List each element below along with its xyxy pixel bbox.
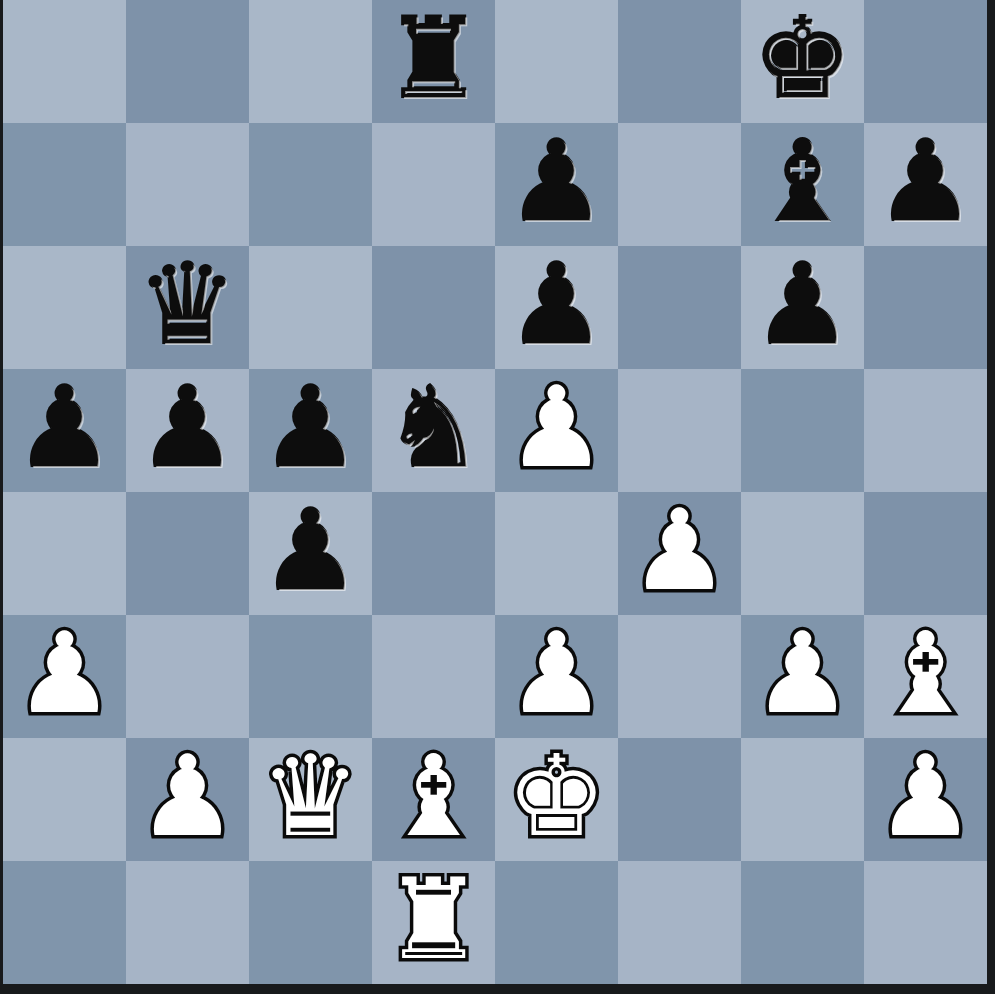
square-e8[interactable] <box>495 0 618 123</box>
square-h6[interactable] <box>864 246 987 369</box>
square-e4[interactable] <box>495 492 618 615</box>
square-c1[interactable] <box>249 861 372 984</box>
square-c7[interactable] <box>249 123 372 246</box>
square-d4[interactable] <box>372 492 495 615</box>
square-h7[interactable]: ♟ <box>864 123 987 246</box>
white-bishop-d2[interactable]: ♝ <box>383 740 483 852</box>
square-h4[interactable] <box>864 492 987 615</box>
square-d5[interactable]: ♞ <box>372 369 495 492</box>
square-e5[interactable]: ♟ <box>495 369 618 492</box>
square-h5[interactable] <box>864 369 987 492</box>
square-c2[interactable]: ♛ <box>249 738 372 861</box>
square-b8[interactable] <box>126 0 249 123</box>
white-pawn-h2[interactable]: ♟ <box>875 740 975 852</box>
black-pawn-e6[interactable]: ♟ <box>506 248 606 360</box>
black-pawn-b5[interactable]: ♟ <box>137 371 237 483</box>
square-c5[interactable]: ♟ <box>249 369 372 492</box>
square-d6[interactable] <box>372 246 495 369</box>
black-pawn-g6[interactable]: ♟ <box>752 248 852 360</box>
square-f3[interactable] <box>618 615 741 738</box>
square-c3[interactable] <box>249 615 372 738</box>
square-a2[interactable] <box>3 738 126 861</box>
square-c4[interactable]: ♟ <box>249 492 372 615</box>
square-f6[interactable] <box>618 246 741 369</box>
square-e2[interactable]: ♚ <box>495 738 618 861</box>
white-queen-c2[interactable]: ♛ <box>260 740 360 852</box>
square-d2[interactable]: ♝ <box>372 738 495 861</box>
square-a4[interactable] <box>3 492 126 615</box>
black-pawn-e7[interactable]: ♟ <box>506 125 606 237</box>
square-c8[interactable] <box>249 0 372 123</box>
square-g4[interactable] <box>741 492 864 615</box>
square-a1[interactable] <box>3 861 126 984</box>
black-pawn-c4[interactable]: ♟ <box>260 494 360 606</box>
square-h1[interactable] <box>864 861 987 984</box>
square-e1[interactable] <box>495 861 618 984</box>
square-b6[interactable]: ♛ <box>126 246 249 369</box>
square-d1[interactable]: ♜ <box>372 861 495 984</box>
black-pawn-h7[interactable]: ♟ <box>875 125 975 237</box>
square-h2[interactable]: ♟ <box>864 738 987 861</box>
square-f7[interactable] <box>618 123 741 246</box>
square-h3[interactable]: ♝ <box>864 615 987 738</box>
square-f1[interactable] <box>618 861 741 984</box>
square-e6[interactable]: ♟ <box>495 246 618 369</box>
square-c6[interactable] <box>249 246 372 369</box>
square-d7[interactable] <box>372 123 495 246</box>
black-knight-d5[interactable]: ♞ <box>383 371 483 483</box>
chess-board: ♜♚♟♝♟♛♟♟♟♟♟♞♟♟♟♟♟♟♝♟♛♝♚♟♜ <box>3 0 987 984</box>
square-b2[interactable]: ♟ <box>126 738 249 861</box>
square-a8[interactable] <box>3 0 126 123</box>
square-a7[interactable] <box>3 123 126 246</box>
square-f5[interactable] <box>618 369 741 492</box>
white-pawn-b2[interactable]: ♟ <box>137 740 237 852</box>
black-queen-b6[interactable]: ♛ <box>137 248 237 360</box>
square-g2[interactable] <box>741 738 864 861</box>
white-bishop-h3[interactable]: ♝ <box>875 617 975 729</box>
white-pawn-g3[interactable]: ♟ <box>752 617 852 729</box>
white-pawn-f4[interactable]: ♟ <box>629 494 729 606</box>
square-f2[interactable] <box>618 738 741 861</box>
square-b7[interactable] <box>126 123 249 246</box>
square-a5[interactable]: ♟ <box>3 369 126 492</box>
square-d8[interactable]: ♜ <box>372 0 495 123</box>
square-b4[interactable] <box>126 492 249 615</box>
white-rook-d1[interactable]: ♜ <box>383 863 483 975</box>
black-pawn-a5[interactable]: ♟ <box>14 371 114 483</box>
square-a3[interactable]: ♟ <box>3 615 126 738</box>
black-bishop-g7[interactable]: ♝ <box>752 125 852 237</box>
square-g6[interactable]: ♟ <box>741 246 864 369</box>
square-e3[interactable]: ♟ <box>495 615 618 738</box>
chess-app-background: ♜♚♟♝♟♛♟♟♟♟♟♞♟♟♟♟♟♟♝♟♛♝♚♟♜ <box>0 0 995 994</box>
square-g1[interactable] <box>741 861 864 984</box>
square-b1[interactable] <box>126 861 249 984</box>
white-king-e2[interactable]: ♚ <box>506 740 606 852</box>
square-d3[interactable] <box>372 615 495 738</box>
white-pawn-e3[interactable]: ♟ <box>506 617 606 729</box>
square-g5[interactable] <box>741 369 864 492</box>
square-b5[interactable]: ♟ <box>126 369 249 492</box>
white-pawn-a3[interactable]: ♟ <box>14 617 114 729</box>
square-f4[interactable]: ♟ <box>618 492 741 615</box>
square-g3[interactable]: ♟ <box>741 615 864 738</box>
black-pawn-c5[interactable]: ♟ <box>260 371 360 483</box>
square-b3[interactable] <box>126 615 249 738</box>
square-h8[interactable] <box>864 0 987 123</box>
square-g7[interactable]: ♝ <box>741 123 864 246</box>
square-a6[interactable] <box>3 246 126 369</box>
white-pawn-e5[interactable]: ♟ <box>506 371 606 483</box>
square-g8[interactable]: ♚ <box>741 0 864 123</box>
square-f8[interactable] <box>618 0 741 123</box>
black-rook-d8[interactable]: ♜ <box>383 2 483 114</box>
square-e7[interactable]: ♟ <box>495 123 618 246</box>
black-king-g8[interactable]: ♚ <box>752 2 852 114</box>
